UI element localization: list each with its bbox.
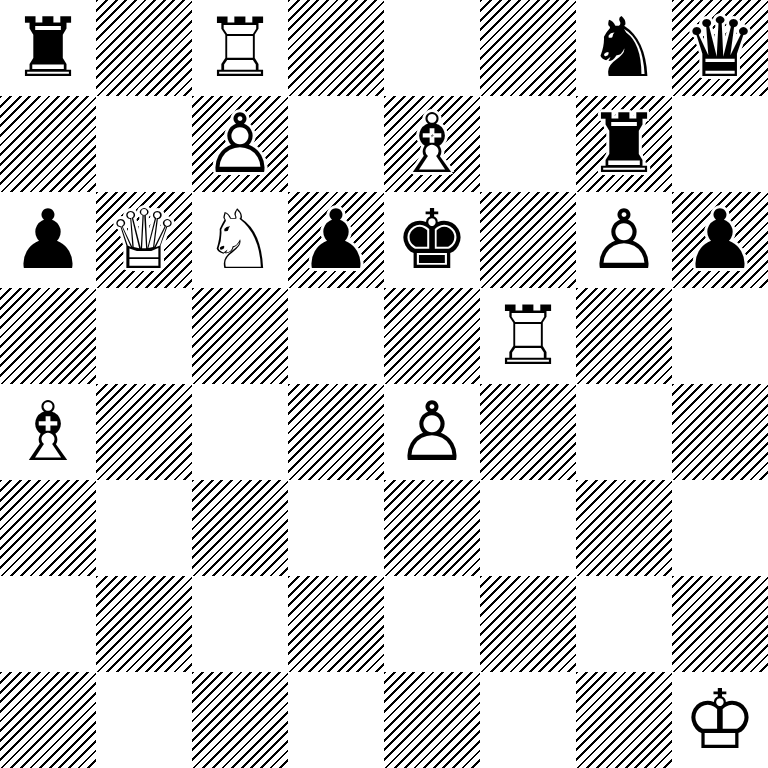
square-d4[interactable] <box>288 384 384 480</box>
square-g5[interactable] <box>576 288 672 384</box>
square-d5[interactable] <box>288 288 384 384</box>
white-king-icon: ♔ <box>683 679 757 761</box>
square-f8[interactable] <box>480 0 576 96</box>
square-b1[interactable] <box>96 672 192 768</box>
square-c3[interactable] <box>192 480 288 576</box>
square-b6[interactable]: ♛♕ <box>96 192 192 288</box>
piece-white-pawn[interactable]: ♟♙ <box>576 192 672 288</box>
piece-black-rook[interactable]: ♜♜ <box>576 96 672 192</box>
white-queen-icon: ♕ <box>107 199 181 281</box>
square-h5[interactable] <box>672 288 768 384</box>
square-d2[interactable] <box>288 576 384 672</box>
piece-white-bishop[interactable]: ♝♗ <box>0 384 96 480</box>
square-b3[interactable] <box>96 480 192 576</box>
black-pawn-icon: ♟ <box>299 199 373 281</box>
square-b2[interactable] <box>96 576 192 672</box>
square-f1[interactable] <box>480 672 576 768</box>
square-f4[interactable] <box>480 384 576 480</box>
white-pawn-icon: ♙ <box>395 391 469 473</box>
square-g6[interactable]: ♟♙ <box>576 192 672 288</box>
white-pawn-icon: ♙ <box>203 103 277 185</box>
square-h8[interactable]: ♛♛ <box>672 0 768 96</box>
square-a5[interactable] <box>0 288 96 384</box>
piece-black-rook[interactable]: ♜♜ <box>0 0 96 96</box>
black-rook-icon: ♜ <box>11 7 85 89</box>
square-g1[interactable] <box>576 672 672 768</box>
square-a4[interactable]: ♝♗ <box>0 384 96 480</box>
square-e1[interactable] <box>384 672 480 768</box>
white-pawn-icon: ♙ <box>587 199 661 281</box>
square-a1[interactable] <box>0 672 96 768</box>
square-c4[interactable] <box>192 384 288 480</box>
black-pawn-icon: ♟ <box>683 199 757 281</box>
piece-black-pawn[interactable]: ♟♟ <box>672 192 768 288</box>
square-f3[interactable] <box>480 480 576 576</box>
square-e8[interactable] <box>384 0 480 96</box>
white-rook-icon: ♖ <box>203 7 277 89</box>
piece-white-king[interactable]: ♚♔ <box>672 672 768 768</box>
white-bishop-icon: ♗ <box>395 103 469 185</box>
square-g8[interactable]: ♞♞ <box>576 0 672 96</box>
square-e7[interactable]: ♝♗ <box>384 96 480 192</box>
square-g2[interactable] <box>576 576 672 672</box>
square-c5[interactable] <box>192 288 288 384</box>
black-king-icon: ♚ <box>395 199 469 281</box>
piece-black-queen[interactable]: ♛♛ <box>672 0 768 96</box>
square-d6[interactable]: ♟♟ <box>288 192 384 288</box>
piece-white-queen[interactable]: ♛♕ <box>96 192 192 288</box>
white-rook-icon: ♖ <box>491 295 565 377</box>
chess-board: ♜♜♜♖♞♞♛♛♟♙♝♗♜♜♟♟♛♕♞♘♟♟♚♚♟♙♟♟♜♖♝♗♟♙♚♔ <box>0 0 768 768</box>
square-e5[interactable] <box>384 288 480 384</box>
piece-white-knight[interactable]: ♞♘ <box>192 192 288 288</box>
square-h4[interactable] <box>672 384 768 480</box>
square-c1[interactable] <box>192 672 288 768</box>
square-h2[interactable] <box>672 576 768 672</box>
square-a6[interactable]: ♟♟ <box>0 192 96 288</box>
black-queen-icon: ♛ <box>683 7 757 89</box>
black-rook-icon: ♜ <box>587 103 661 185</box>
square-a8[interactable]: ♜♜ <box>0 0 96 96</box>
white-knight-icon: ♘ <box>203 199 277 281</box>
square-h6[interactable]: ♟♟ <box>672 192 768 288</box>
piece-white-pawn[interactable]: ♟♙ <box>384 384 480 480</box>
square-e4[interactable]: ♟♙ <box>384 384 480 480</box>
piece-white-bishop[interactable]: ♝♗ <box>384 96 480 192</box>
square-a2[interactable] <box>0 576 96 672</box>
square-g7[interactable]: ♜♜ <box>576 96 672 192</box>
square-c7[interactable]: ♟♙ <box>192 96 288 192</box>
piece-white-rook[interactable]: ♜♖ <box>480 288 576 384</box>
square-b8[interactable] <box>96 0 192 96</box>
square-f2[interactable] <box>480 576 576 672</box>
piece-white-pawn[interactable]: ♟♙ <box>192 96 288 192</box>
square-c8[interactable]: ♜♖ <box>192 0 288 96</box>
square-g3[interactable] <box>576 480 672 576</box>
square-g4[interactable] <box>576 384 672 480</box>
square-e3[interactable] <box>384 480 480 576</box>
black-knight-icon: ♞ <box>587 7 661 89</box>
piece-black-king[interactable]: ♚♚ <box>384 192 480 288</box>
piece-white-rook[interactable]: ♜♖ <box>192 0 288 96</box>
square-h1[interactable]: ♚♔ <box>672 672 768 768</box>
square-d8[interactable] <box>288 0 384 96</box>
square-h3[interactable] <box>672 480 768 576</box>
square-e6[interactable]: ♚♚ <box>384 192 480 288</box>
piece-black-knight[interactable]: ♞♞ <box>576 0 672 96</box>
square-a7[interactable] <box>0 96 96 192</box>
white-bishop-icon: ♗ <box>11 391 85 473</box>
piece-black-pawn[interactable]: ♟♟ <box>0 192 96 288</box>
square-d7[interactable] <box>288 96 384 192</box>
black-pawn-icon: ♟ <box>11 199 85 281</box>
square-d3[interactable] <box>288 480 384 576</box>
square-f6[interactable] <box>480 192 576 288</box>
square-f5[interactable]: ♜♖ <box>480 288 576 384</box>
square-b5[interactable] <box>96 288 192 384</box>
square-b4[interactable] <box>96 384 192 480</box>
square-e2[interactable] <box>384 576 480 672</box>
square-c2[interactable] <box>192 576 288 672</box>
piece-black-pawn[interactable]: ♟♟ <box>288 192 384 288</box>
square-h7[interactable] <box>672 96 768 192</box>
square-b7[interactable] <box>96 96 192 192</box>
square-d1[interactable] <box>288 672 384 768</box>
square-a3[interactable] <box>0 480 96 576</box>
square-c6[interactable]: ♞♘ <box>192 192 288 288</box>
square-f7[interactable] <box>480 96 576 192</box>
